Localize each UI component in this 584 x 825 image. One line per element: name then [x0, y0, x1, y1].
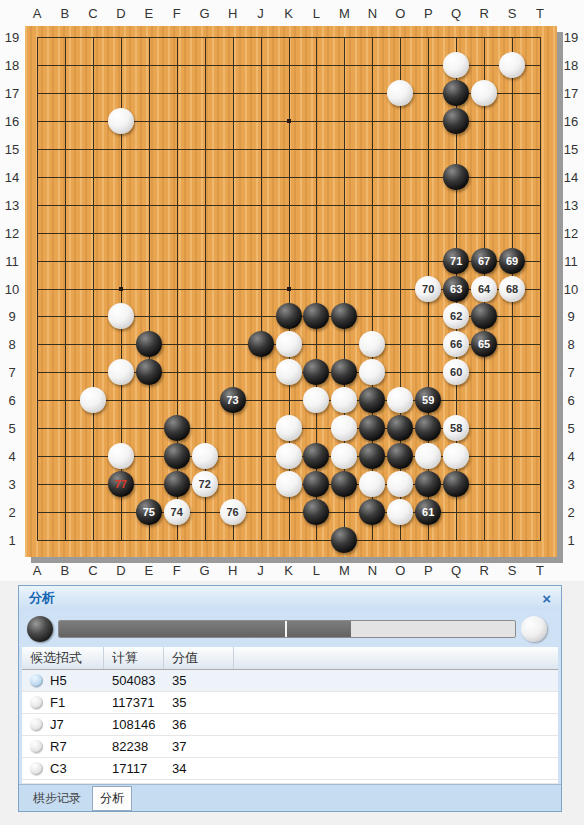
coord-label-top: D: [116, 6, 125, 21]
candidate-score: 35: [164, 692, 234, 713]
tab-move-record[interactable]: 棋步记录: [26, 787, 88, 810]
black-stone-r11: 67: [471, 248, 497, 274]
coord-label-left: 12: [5, 225, 19, 240]
analysis-panel: 分析 × 候选招式计算分值 H550408335F111737135J71081…: [18, 585, 562, 812]
black-stone-q11: 71: [443, 248, 469, 274]
white-stone-k8: [276, 331, 302, 357]
candidate-move: J7: [50, 717, 64, 732]
coord-label-bottom: N: [368, 563, 377, 578]
white-stone-g3: 72: [192, 471, 218, 497]
grid-line-horizontal: [37, 512, 541, 513]
candidate-cell-move: H5: [22, 670, 104, 691]
slider-marker[interactable]: [285, 621, 287, 637]
coord-label-left: 14: [5, 169, 19, 184]
black-stone-q14: [443, 164, 469, 190]
candidate-cell-move: F1: [22, 692, 104, 713]
coord-label-left: 15: [5, 141, 19, 156]
white-stone-k4: [276, 443, 302, 469]
candidate-row[interactable]: R78223837: [22, 736, 558, 758]
white-stone-d16: [108, 108, 134, 134]
candidate-score: 37: [164, 736, 234, 757]
candidate-row[interactable]: F111737135: [22, 692, 558, 714]
candidate-table-header: 候选招式计算分值: [22, 647, 558, 670]
star-point: [287, 287, 291, 291]
white-stone-p10: 70: [415, 276, 441, 302]
coord-label-top: F: [173, 6, 181, 21]
coord-label-right: 4: [567, 449, 574, 464]
coord-label-top: Q: [451, 6, 461, 21]
coord-label-right: 10: [564, 281, 578, 296]
coord-label-right: 12: [564, 225, 578, 240]
candidate-table-body: H550408335F111737135J710814636R78223837C…: [22, 670, 558, 780]
coord-label-right: 19: [564, 30, 578, 45]
app-screen: AABBCCDDEEFFGGHHJJKKLLMMNNOOPPQQRRSSTT19…: [0, 0, 584, 825]
panel-title-bar: 分析 ×: [19, 586, 561, 610]
candidate-stone-icon: [30, 718, 43, 731]
coord-label-bottom: O: [395, 563, 405, 578]
coord-label-right: 16: [564, 113, 578, 128]
coord-label-left: 19: [5, 30, 19, 45]
coord-label-left: 5: [8, 421, 15, 436]
star-point: [119, 287, 123, 291]
coord-label-left: 1: [8, 533, 15, 548]
coord-label-left: 4: [8, 449, 15, 464]
white-stone-d7: [108, 359, 134, 385]
grid-line-vertical: [540, 37, 541, 541]
candidate-table: 候选招式计算分值 H550408335F111737135J710814636R…: [22, 647, 558, 784]
coord-label-bottom: H: [228, 563, 237, 578]
coord-label-bottom: K: [284, 563, 293, 578]
black-stone-q10: 63: [443, 276, 469, 302]
coord-label-bottom: G: [200, 563, 210, 578]
coord-label-top: K: [284, 6, 293, 21]
coord-label-bottom: S: [508, 563, 517, 578]
candidate-stone-icon: [30, 762, 43, 775]
column-header: 计算: [104, 647, 164, 669]
coord-label-top: R: [479, 6, 488, 21]
coord-label-right: 18: [564, 57, 578, 72]
coord-label-bottom: P: [424, 563, 433, 578]
coord-label-left: 11: [5, 253, 19, 268]
coord-label-right: 5: [567, 421, 574, 436]
winrate-bar-row: [19, 610, 561, 647]
coord-label-right: 15: [564, 141, 578, 156]
white-stone-g4: [192, 443, 218, 469]
coord-label-top: B: [61, 6, 70, 21]
coord-label-left: 16: [5, 113, 19, 128]
candidate-visits: 504083: [104, 670, 164, 691]
coord-label-bottom: C: [88, 563, 97, 578]
black-stone-h6: 73: [220, 387, 246, 413]
coord-label-left: 7: [8, 365, 15, 380]
coord-label-left: 2: [8, 505, 15, 520]
coord-label-bottom: M: [339, 563, 350, 578]
candidate-row[interactable]: H550408335: [22, 670, 558, 692]
black-stone-f4: [164, 443, 190, 469]
panel-tabbar: 棋步记录分析: [19, 784, 561, 811]
coord-label-left: 18: [5, 57, 19, 72]
black-stone-s11: 69: [499, 248, 525, 274]
candidate-score: 36: [164, 714, 234, 735]
candidate-move: C3: [50, 761, 67, 776]
white-stone-r10: 64: [471, 276, 497, 302]
white-stone-k5: [276, 415, 302, 441]
coord-label-right: 11: [564, 253, 578, 268]
white-stone-s10: 68: [499, 276, 525, 302]
coord-label-right: 14: [564, 169, 578, 184]
coord-label-right: 13: [564, 197, 578, 212]
black-stone-f5: [164, 415, 190, 441]
column-header: 分值: [164, 647, 234, 669]
coord-label-left: 17: [5, 85, 19, 100]
white-stone-k3: [276, 471, 302, 497]
go-board-area: AABBCCDDEEFFGGHHJJKKLLMMNNOOPPQQRRSSTT19…: [0, 0, 584, 581]
candidate-stone-icon: [30, 674, 43, 687]
coord-label-top: O: [395, 6, 405, 21]
candidate-row[interactable]: J710814636: [22, 714, 558, 736]
coord-label-right: 17: [564, 85, 578, 100]
candidate-stone-icon: [30, 740, 43, 753]
coord-label-top: A: [33, 6, 42, 21]
coord-label-right: 9: [567, 309, 574, 324]
white-stone-s18: [499, 52, 525, 78]
coord-label-top: J: [257, 6, 264, 21]
white-stone-d4: [108, 443, 134, 469]
coord-label-bottom: D: [116, 563, 125, 578]
coord-label-top: P: [424, 6, 433, 21]
black-stone-d3: 77: [108, 471, 134, 497]
grid-line-horizontal: [37, 540, 541, 541]
white-stone-f2: 74: [164, 499, 190, 525]
coord-label-right: 8: [567, 337, 574, 352]
candidate-move: R7: [50, 739, 67, 754]
close-icon[interactable]: ×: [542, 591, 551, 606]
coord-label-top: T: [536, 6, 544, 21]
black-stone-f3: [164, 471, 190, 497]
white-stone-o17: [387, 80, 413, 106]
white-stone-h2: 76: [220, 499, 246, 525]
black-stone-k9: [276, 303, 302, 329]
coord-label-bottom: A: [33, 563, 42, 578]
candidate-cell-move: J7: [22, 714, 104, 735]
coord-label-top: N: [368, 6, 377, 21]
tab-analysis[interactable]: 分析: [92, 786, 132, 811]
coord-label-bottom: B: [61, 563, 70, 578]
coord-label-right: 1: [567, 533, 574, 548]
black-stone-e7: [136, 359, 162, 385]
coord-label-top: L: [313, 6, 320, 21]
white-stone-q18: [443, 52, 469, 78]
coord-label-right: 3: [567, 477, 574, 492]
black-stone-e2: 75: [136, 499, 162, 525]
black-stone-icon: [27, 616, 53, 642]
candidate-cell-move: C3: [22, 758, 104, 779]
candidate-score: 34: [164, 758, 234, 779]
coord-label-bottom: R: [479, 563, 488, 578]
coord-label-top: S: [508, 6, 517, 21]
black-stone-q17: [443, 80, 469, 106]
candidate-score: 35: [164, 670, 234, 691]
winrate-slider[interactable]: [58, 620, 516, 638]
coord-label-right: 6: [567, 393, 574, 408]
white-stone-k7: [276, 359, 302, 385]
coord-label-bottom: E: [144, 563, 153, 578]
candidate-move: H5: [50, 673, 67, 688]
column-header: 候选招式: [22, 647, 104, 669]
candidate-visits: 108146: [104, 714, 164, 735]
candidate-row[interactable]: C31711734: [22, 758, 558, 780]
coord-label-left: 10: [5, 281, 19, 296]
coord-label-right: 2: [567, 505, 574, 520]
coord-label-bottom: Q: [451, 563, 461, 578]
black-stone-e8: [136, 331, 162, 357]
candidate-stone-icon: [30, 696, 43, 709]
coord-label-bottom: T: [536, 563, 544, 578]
coord-label-bottom: J: [257, 563, 264, 578]
coord-label-top: M: [339, 6, 350, 21]
white-stone-icon: [521, 616, 547, 642]
star-point: [287, 119, 291, 123]
candidate-move: F1: [50, 695, 65, 710]
white-stone-r17: [471, 80, 497, 106]
coord-label-top: G: [200, 6, 210, 21]
candidate-cell-move: R7: [22, 736, 104, 757]
coord-label-right: 7: [567, 365, 574, 380]
coord-label-left: 6: [8, 393, 15, 408]
coord-label-bottom: L: [313, 563, 320, 578]
coord-label-top: E: [144, 6, 153, 21]
winrate-fill: [59, 621, 351, 637]
coord-label-left: 13: [5, 197, 19, 212]
coord-label-top: H: [228, 6, 237, 21]
coord-label-left: 8: [8, 337, 15, 352]
black-stone-q16: [443, 108, 469, 134]
grid-line-horizontal: [37, 400, 541, 401]
coord-label-bottom: F: [173, 563, 181, 578]
white-stone-c6: [80, 387, 106, 413]
candidate-visits: 82238: [104, 736, 164, 757]
candidate-visits: 17117: [104, 758, 164, 779]
coord-label-top: C: [88, 6, 97, 21]
coord-label-left: 9: [8, 309, 15, 324]
column-header-empty: [234, 647, 558, 669]
coord-label-left: 3: [8, 477, 15, 492]
black-stone-j8: [248, 331, 274, 357]
panel-title: 分析: [29, 589, 55, 607]
candidate-visits: 117371: [104, 692, 164, 713]
